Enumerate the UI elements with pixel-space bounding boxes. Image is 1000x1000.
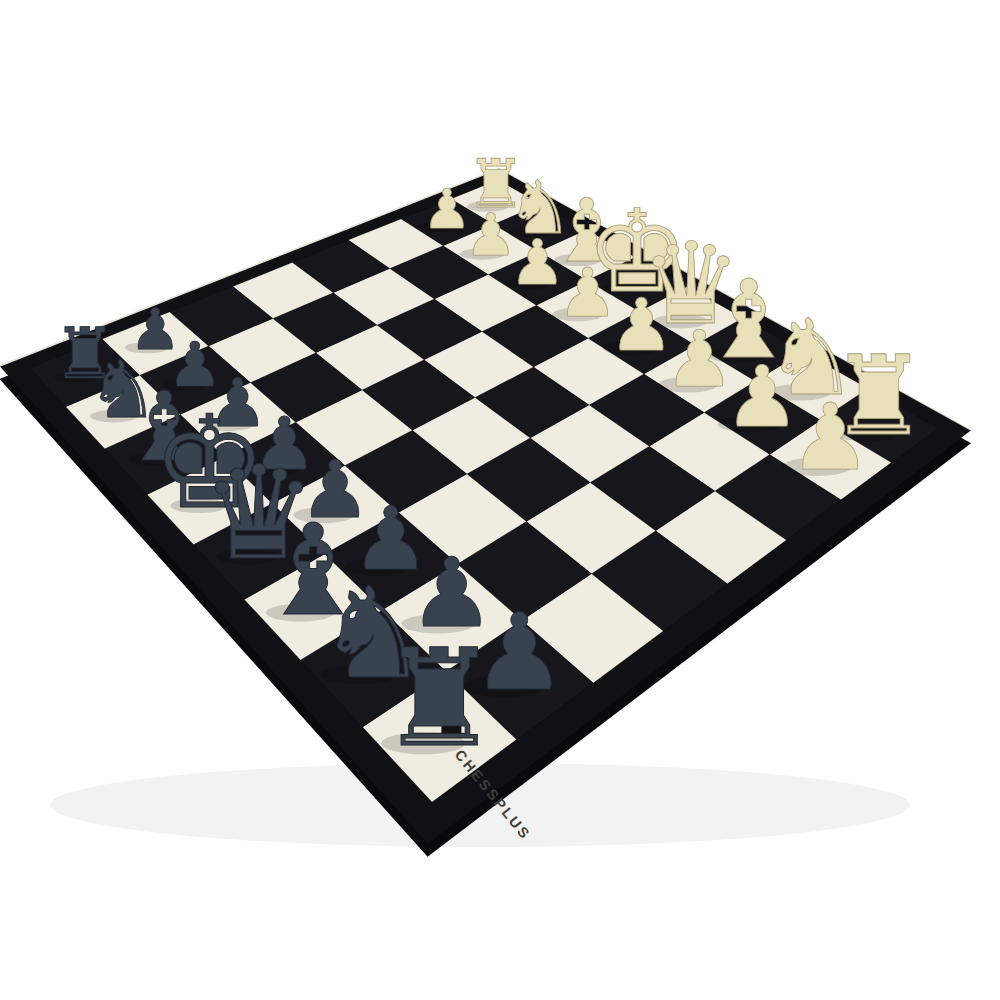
chess-board: CHESSPLUS♜♟♞♟♝♟♚♟♛♟♟♝♜♟♟♞♞♟♟♜♝♟♟♚♟♛♟♝♟♞♟… bbox=[0, 0, 1000, 1000]
piece-white-pawn-a2: ♟ bbox=[789, 384, 871, 491]
piece-black-rook-a8: ♜ bbox=[379, 620, 500, 777]
product-photo: CHESSPLUS♜♟♞♟♝♟♚♟♛♟♟♝♜♟♟♞♞♟♟♜♝♟♟♚♟♛♟♝♟♞♟… bbox=[0, 0, 1000, 1000]
